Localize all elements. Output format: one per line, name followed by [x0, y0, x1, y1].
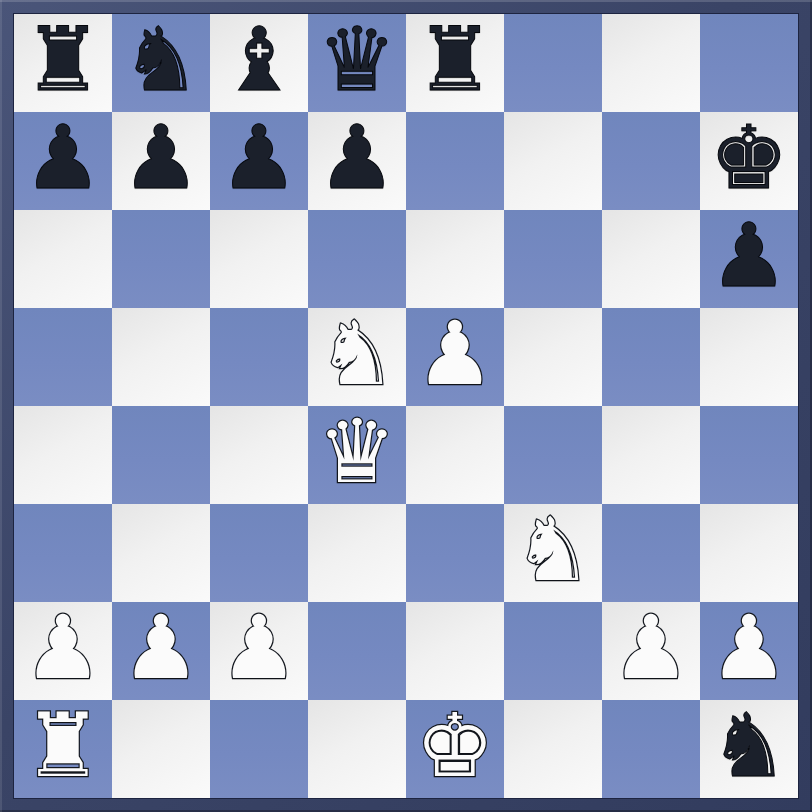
- square-b1[interactable]: [112, 700, 210, 798]
- square-e4[interactable]: [406, 406, 504, 504]
- square-b6[interactable]: [112, 210, 210, 308]
- square-a2[interactable]: ♟: [14, 602, 112, 700]
- piece-black-pawn[interactable]: ♟: [318, 114, 397, 202]
- square-d2[interactable]: [308, 602, 406, 700]
- square-d1[interactable]: [308, 700, 406, 798]
- square-e5[interactable]: ♟: [406, 308, 504, 406]
- square-c1[interactable]: [210, 700, 308, 798]
- square-b4[interactable]: [112, 406, 210, 504]
- square-g8[interactable]: [602, 14, 700, 112]
- piece-black-knight[interactable]: ♞: [710, 702, 789, 790]
- board-frame: ♜♞♝♛♜♟♟♟♟♚♟♞♟♛♞♟♟♟♟♟♜♚♞: [0, 0, 812, 812]
- square-d3[interactable]: [308, 504, 406, 602]
- chessboard-window: ♜♞♝♛♜♟♟♟♟♚♟♞♟♛♞♟♟♟♟♟♜♚♞: [0, 0, 812, 812]
- square-h2[interactable]: ♟: [700, 602, 798, 700]
- piece-black-pawn[interactable]: ♟: [710, 212, 789, 300]
- square-e2[interactable]: [406, 602, 504, 700]
- square-h8[interactable]: [700, 14, 798, 112]
- square-b2[interactable]: ♟: [112, 602, 210, 700]
- piece-white-rook[interactable]: ♜: [24, 702, 103, 790]
- square-h5[interactable]: [700, 308, 798, 406]
- square-f4[interactable]: [504, 406, 602, 504]
- piece-white-king[interactable]: ♚: [416, 702, 495, 790]
- square-h6[interactable]: ♟: [700, 210, 798, 308]
- square-f2[interactable]: [504, 602, 602, 700]
- square-d6[interactable]: [308, 210, 406, 308]
- square-e7[interactable]: [406, 112, 504, 210]
- square-d5[interactable]: ♞: [308, 308, 406, 406]
- piece-white-pawn[interactable]: ♟: [612, 604, 691, 692]
- square-h1[interactable]: ♞: [700, 700, 798, 798]
- piece-white-pawn[interactable]: ♟: [122, 604, 201, 692]
- piece-black-rook[interactable]: ♜: [416, 16, 495, 104]
- square-a5[interactable]: [14, 308, 112, 406]
- piece-black-rook[interactable]: ♜: [24, 16, 103, 104]
- piece-black-bishop[interactable]: ♝: [220, 16, 299, 104]
- square-a8[interactable]: ♜: [14, 14, 112, 112]
- piece-white-pawn[interactable]: ♟: [416, 310, 495, 398]
- square-f3[interactable]: ♞: [504, 504, 602, 602]
- piece-black-pawn[interactable]: ♟: [122, 114, 201, 202]
- piece-black-king[interactable]: ♚: [710, 114, 789, 202]
- square-b7[interactable]: ♟: [112, 112, 210, 210]
- square-b5[interactable]: [112, 308, 210, 406]
- piece-white-pawn[interactable]: ♟: [24, 604, 103, 692]
- square-a7[interactable]: ♟: [14, 112, 112, 210]
- square-c2[interactable]: ♟: [210, 602, 308, 700]
- square-d8[interactable]: ♛: [308, 14, 406, 112]
- square-h4[interactable]: [700, 406, 798, 504]
- square-a1[interactable]: ♜: [14, 700, 112, 798]
- square-g2[interactable]: ♟: [602, 602, 700, 700]
- square-h7[interactable]: ♚: [700, 112, 798, 210]
- piece-white-knight[interactable]: ♞: [514, 506, 593, 594]
- square-d4[interactable]: ♛: [308, 406, 406, 504]
- piece-black-pawn[interactable]: ♟: [24, 114, 103, 202]
- square-h3[interactable]: [700, 504, 798, 602]
- square-c7[interactable]: ♟: [210, 112, 308, 210]
- square-g1[interactable]: [602, 700, 700, 798]
- piece-white-knight[interactable]: ♞: [318, 310, 397, 398]
- square-d7[interactable]: ♟: [308, 112, 406, 210]
- square-a4[interactable]: [14, 406, 112, 504]
- piece-white-pawn[interactable]: ♟: [710, 604, 789, 692]
- square-c4[interactable]: [210, 406, 308, 504]
- square-e6[interactable]: [406, 210, 504, 308]
- square-f6[interactable]: [504, 210, 602, 308]
- square-c3[interactable]: [210, 504, 308, 602]
- square-c6[interactable]: [210, 210, 308, 308]
- square-e8[interactable]: ♜: [406, 14, 504, 112]
- square-g3[interactable]: [602, 504, 700, 602]
- square-f5[interactable]: [504, 308, 602, 406]
- piece-black-pawn[interactable]: ♟: [220, 114, 299, 202]
- piece-white-queen[interactable]: ♛: [318, 408, 397, 496]
- square-b8[interactable]: ♞: [112, 14, 210, 112]
- square-g7[interactable]: [602, 112, 700, 210]
- square-f7[interactable]: [504, 112, 602, 210]
- square-g6[interactable]: [602, 210, 700, 308]
- square-g4[interactable]: [602, 406, 700, 504]
- square-b3[interactable]: [112, 504, 210, 602]
- chess-board: ♜♞♝♛♜♟♟♟♟♚♟♞♟♛♞♟♟♟♟♟♜♚♞: [14, 14, 798, 798]
- square-c5[interactable]: [210, 308, 308, 406]
- square-e3[interactable]: [406, 504, 504, 602]
- square-f8[interactable]: [504, 14, 602, 112]
- square-a6[interactable]: [14, 210, 112, 308]
- square-a3[interactable]: [14, 504, 112, 602]
- square-c8[interactable]: ♝: [210, 14, 308, 112]
- square-e1[interactable]: ♚: [406, 700, 504, 798]
- square-g5[interactable]: [602, 308, 700, 406]
- piece-black-queen[interactable]: ♛: [318, 16, 397, 104]
- piece-white-pawn[interactable]: ♟: [220, 604, 299, 692]
- square-f1[interactable]: [504, 700, 602, 798]
- piece-black-knight[interactable]: ♞: [122, 16, 201, 104]
